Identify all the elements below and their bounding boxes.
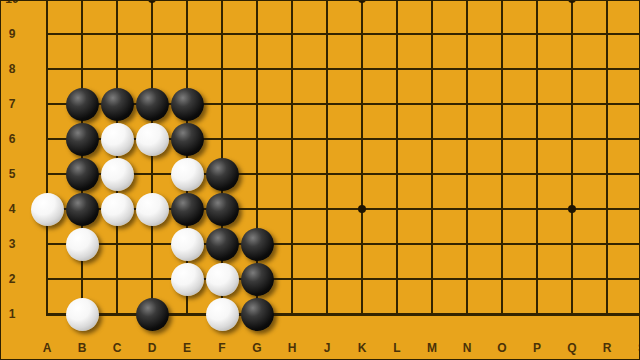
black-stone-d1[interactable] — [136, 298, 169, 331]
black-stone-g1[interactable] — [241, 298, 274, 331]
black-stone-c7[interactable] — [101, 88, 134, 121]
black-stone-b5[interactable] — [66, 158, 99, 191]
white-stone-e3[interactable] — [171, 228, 204, 261]
star-point-d10 — [148, 0, 156, 3]
black-stone-b4[interactable] — [66, 193, 99, 226]
row-label-9: 9 — [9, 27, 16, 41]
white-stone-d4[interactable] — [136, 193, 169, 226]
row-label-5: 5 — [9, 167, 16, 181]
white-stone-b3[interactable] — [66, 228, 99, 261]
grid-line-row-6 — [46, 138, 640, 140]
white-stone-d6[interactable] — [136, 123, 169, 156]
black-stone-f4[interactable] — [206, 193, 239, 226]
row-label-8: 8 — [9, 62, 16, 76]
col-label-j: J — [324, 341, 331, 355]
col-label-o: O — [497, 341, 506, 355]
col-label-p: P — [533, 341, 541, 355]
col-label-c: C — [113, 341, 122, 355]
grid-line-col-h — [291, 1, 293, 316]
white-stone-c4[interactable] — [101, 193, 134, 226]
col-label-g: G — [252, 341, 261, 355]
col-label-k: K — [358, 341, 367, 355]
black-stone-g3[interactable] — [241, 228, 274, 261]
white-stone-f1[interactable] — [206, 298, 239, 331]
grid-line-row-3 — [46, 243, 640, 245]
white-stone-e2[interactable] — [171, 263, 204, 296]
grid-line-row-2 — [46, 278, 640, 280]
black-stone-e7[interactable] — [171, 88, 204, 121]
white-stone-e5[interactable] — [171, 158, 204, 191]
white-stone-b1[interactable] — [66, 298, 99, 331]
white-stone-c6[interactable] — [101, 123, 134, 156]
star-point-k4 — [358, 205, 366, 213]
grid-line-col-q — [571, 1, 573, 316]
grid-line-col-n — [466, 1, 468, 316]
star-point-q4 — [568, 205, 576, 213]
grid-line-col-o — [501, 1, 503, 316]
row-label-6: 6 — [9, 132, 16, 146]
col-label-q: Q — [567, 341, 576, 355]
black-stone-e6[interactable] — [171, 123, 204, 156]
row-label-4: 4 — [9, 202, 16, 216]
col-label-r: R — [603, 341, 612, 355]
row-label-3: 3 — [9, 237, 16, 251]
grid-line-row-9 — [46, 33, 640, 35]
grid-line-row-5 — [46, 173, 640, 175]
white-stone-a4[interactable] — [31, 193, 64, 226]
grid-line-col-l — [396, 1, 398, 316]
col-label-m: M — [427, 341, 437, 355]
black-stone-e4[interactable] — [171, 193, 204, 226]
black-stone-b7[interactable] — [66, 88, 99, 121]
grid-line-col-r — [606, 1, 608, 316]
white-stone-f2[interactable] — [206, 263, 239, 296]
grid-line-col-j — [326, 1, 328, 316]
col-label-d: D — [148, 341, 157, 355]
row-label-2: 2 — [9, 272, 16, 286]
col-label-e: E — [183, 341, 191, 355]
grid-line-row-4 — [46, 208, 640, 210]
black-stone-b6[interactable] — [66, 123, 99, 156]
grid-line-col-a — [46, 1, 48, 316]
grid-line-col-m — [431, 1, 433, 316]
grid-line-col-k — [361, 1, 363, 316]
star-point-k10 — [358, 0, 366, 3]
go-board[interactable]: 12345678910ABCDEFGHJKLMNOPQRS — [0, 0, 640, 360]
col-label-l: L — [393, 341, 400, 355]
grid-line-row-8 — [46, 68, 640, 70]
col-label-n: N — [463, 341, 472, 355]
black-stone-f5[interactable] — [206, 158, 239, 191]
col-label-f: F — [218, 341, 225, 355]
row-label-7: 7 — [9, 97, 16, 111]
black-stone-f3[interactable] — [206, 228, 239, 261]
grid-line-col-d — [151, 1, 153, 316]
grid-line-row-7 — [46, 103, 640, 105]
white-stone-c5[interactable] — [101, 158, 134, 191]
col-label-b: B — [78, 341, 87, 355]
row-label-10: 10 — [5, 0, 18, 6]
col-label-a: A — [43, 341, 52, 355]
grid-line-row-1 — [46, 313, 640, 316]
grid-line-col-p — [536, 1, 538, 316]
black-stone-g2[interactable] — [241, 263, 274, 296]
col-label-h: H — [288, 341, 297, 355]
row-label-1: 1 — [9, 307, 16, 321]
star-point-q10 — [568, 0, 576, 3]
black-stone-d7[interactable] — [136, 88, 169, 121]
